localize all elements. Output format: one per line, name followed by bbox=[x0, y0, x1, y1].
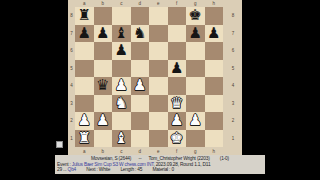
black-queen: ♛ bbox=[96, 77, 109, 94]
black-pawn: ♟ bbox=[115, 42, 128, 59]
rank-label-7: 7 bbox=[68, 25, 75, 43]
rank-labels-right: 87654321 bbox=[224, 7, 242, 147]
square-f3: ♛ bbox=[168, 95, 187, 113]
square-h8 bbox=[205, 7, 224, 25]
square-d7: ♞ bbox=[131, 25, 150, 43]
move-number: 29 ... bbox=[57, 167, 66, 172]
length-value: 45 bbox=[137, 167, 142, 172]
square-d3 bbox=[131, 95, 150, 113]
black-knight: ♞ bbox=[133, 25, 146, 42]
square-d5 bbox=[131, 60, 150, 78]
square-f4 bbox=[168, 77, 187, 95]
square-e6 bbox=[149, 42, 168, 60]
rank-label-2: 2 bbox=[224, 112, 242, 130]
rank-labels-left: 87654321 bbox=[68, 7, 75, 147]
square-e1 bbox=[149, 130, 168, 148]
white-rook: ♜ bbox=[78, 130, 91, 147]
black-pawn: ♟ bbox=[78, 25, 91, 42]
file-label-g: g bbox=[186, 148, 205, 155]
square-b6 bbox=[94, 42, 113, 60]
file-label-c: c bbox=[112, 148, 131, 155]
file-label-d: d bbox=[131, 148, 150, 155]
square-b8 bbox=[94, 7, 113, 25]
square-h3 bbox=[205, 95, 224, 113]
file-label-e: e bbox=[149, 148, 168, 155]
square-h1 bbox=[205, 130, 224, 148]
square-h7: ♟ bbox=[205, 25, 224, 43]
square-g5 bbox=[186, 60, 205, 78]
rank-label-4: 4 bbox=[224, 77, 242, 95]
file-label-a: a bbox=[75, 148, 94, 155]
square-b3 bbox=[94, 95, 113, 113]
square-c5 bbox=[112, 60, 131, 78]
square-b4: ♛ bbox=[94, 77, 113, 95]
square-f1: ♚ bbox=[168, 130, 187, 148]
square-a2: ♟ bbox=[75, 112, 94, 130]
square-g8: ♚ bbox=[186, 7, 205, 25]
square-e5 bbox=[149, 60, 168, 78]
event-label: Event : bbox=[57, 162, 71, 167]
event-name: Julius Baer Sim Cup S3 W chess.com INT bbox=[72, 162, 154, 167]
square-e7 bbox=[149, 25, 168, 43]
square-f6 bbox=[168, 42, 187, 60]
white-player-elo: (2644) bbox=[119, 156, 132, 161]
square-e2 bbox=[149, 112, 168, 130]
square-b7: ♟ bbox=[94, 25, 113, 43]
black-player-elo: (2203) bbox=[197, 156, 210, 161]
square-d1 bbox=[131, 130, 150, 148]
page-background: { "game": "chess", "position": "r5k1/ppb… bbox=[0, 0, 320, 180]
square-e8 bbox=[149, 7, 168, 25]
file-label-g: g bbox=[186, 0, 205, 7]
square-a5 bbox=[75, 60, 94, 78]
file-labels-top: abcdefgh bbox=[75, 0, 223, 7]
file-label-h: h bbox=[205, 148, 224, 155]
white-king: ♚ bbox=[170, 130, 183, 147]
material-label: Material : bbox=[153, 167, 171, 172]
white-player-name: Movsesian, S bbox=[91, 156, 117, 161]
file-label-f: f bbox=[168, 0, 187, 7]
file-label-d: d bbox=[131, 0, 150, 7]
square-a3 bbox=[75, 95, 94, 113]
rank-label-8: 8 bbox=[68, 7, 75, 25]
white-pawn: ♟ bbox=[115, 77, 128, 94]
file-label-e: e bbox=[149, 0, 168, 7]
square-f2: ♟ bbox=[168, 112, 187, 130]
square-g7: ♟ bbox=[186, 25, 205, 43]
black-king: ♚ bbox=[189, 7, 202, 24]
caption-panel: Movsesian, S (2644) -- Tom_Christopher W… bbox=[55, 155, 265, 174]
square-g1 bbox=[186, 130, 205, 148]
square-f8 bbox=[168, 7, 187, 25]
board-grid: ♜♚♟♟♝♞♟♟♟♟♛♟♟♞♛♟♟♟♟♜♝♚ bbox=[75, 7, 223, 147]
black-pawn: ♟ bbox=[96, 25, 109, 42]
white-knight: ♞ bbox=[115, 95, 128, 112]
rank-label-6: 6 bbox=[224, 42, 242, 60]
square-c1: ♝ bbox=[112, 130, 131, 148]
square-f7 bbox=[168, 25, 187, 43]
square-d4: ♟ bbox=[131, 77, 150, 95]
rank-label-8: 8 bbox=[224, 7, 242, 25]
white-queen: ♛ bbox=[170, 95, 183, 112]
square-c2 bbox=[112, 112, 131, 130]
rank-label-3: 3 bbox=[68, 95, 75, 113]
square-g4 bbox=[186, 77, 205, 95]
square-c8 bbox=[112, 7, 131, 25]
caption-status-line: 29 ... Qb4 Next : White Length : 45 Mate… bbox=[57, 167, 263, 173]
white-pawn: ♟ bbox=[133, 77, 146, 94]
file-label-f: f bbox=[168, 148, 187, 155]
black-pawn: ♟ bbox=[170, 60, 183, 77]
square-d8 bbox=[131, 7, 150, 25]
square-c7: ♝ bbox=[112, 25, 131, 43]
square-c4: ♟ bbox=[112, 77, 131, 95]
square-d6 bbox=[131, 42, 150, 60]
square-c3: ♞ bbox=[112, 95, 131, 113]
rank-label-1: 1 bbox=[224, 130, 242, 148]
square-h2 bbox=[205, 112, 224, 130]
square-h6 bbox=[205, 42, 224, 60]
square-g2: ♟ bbox=[186, 112, 205, 130]
material-value: 0 bbox=[171, 167, 173, 172]
square-e3 bbox=[149, 95, 168, 113]
white-pawn: ♟ bbox=[189, 112, 202, 129]
last-move: Qb4 bbox=[68, 167, 76, 172]
square-h5 bbox=[205, 60, 224, 78]
file-label-b: b bbox=[94, 0, 113, 7]
square-a8: ♜ bbox=[75, 7, 94, 25]
square-b5 bbox=[94, 60, 113, 78]
square-h4 bbox=[205, 77, 224, 95]
square-b1 bbox=[94, 130, 113, 148]
file-label-h: h bbox=[205, 0, 224, 7]
chess-board: abcdefgh 87654321 87654321 ♜♚♟♟♝♞♟♟♟♟♛♟♟… bbox=[68, 0, 242, 155]
square-c6: ♟ bbox=[112, 42, 131, 60]
game-result: (1-0) bbox=[220, 156, 229, 161]
video-artifact-block bbox=[56, 141, 63, 148]
rank-label-5: 5 bbox=[224, 60, 242, 78]
next-value: White bbox=[99, 167, 110, 172]
square-a7: ♟ bbox=[75, 25, 94, 43]
square-a1: ♜ bbox=[75, 130, 94, 148]
white-bishop: ♝ bbox=[115, 130, 128, 147]
square-a6 bbox=[75, 42, 94, 60]
rank-label-1: 1 bbox=[68, 130, 75, 148]
black-pawn: ♟ bbox=[207, 25, 220, 42]
black-player-name: Tom_Christopher Wright bbox=[149, 156, 196, 161]
square-e4 bbox=[149, 77, 168, 95]
rank-label-2: 2 bbox=[68, 112, 75, 130]
square-b2: ♟ bbox=[94, 112, 113, 130]
file-label-b: b bbox=[94, 148, 113, 155]
file-label-c: c bbox=[112, 0, 131, 7]
file-labels-bottom: abcdefgh bbox=[75, 148, 223, 155]
white-pawn: ♟ bbox=[170, 112, 183, 129]
rank-label-4: 4 bbox=[68, 77, 75, 95]
versus-separator: -- bbox=[139, 156, 142, 161]
square-d2 bbox=[131, 112, 150, 130]
rank-label-7: 7 bbox=[224, 25, 242, 43]
black-bishop: ♝ bbox=[115, 25, 128, 42]
length-label: Length : bbox=[120, 167, 136, 172]
black-pawn: ♟ bbox=[189, 25, 202, 42]
rank-label-5: 5 bbox=[68, 60, 75, 78]
rank-label-3: 3 bbox=[224, 95, 242, 113]
square-f5: ♟ bbox=[168, 60, 187, 78]
black-rook: ♜ bbox=[78, 7, 91, 24]
square-g3 bbox=[186, 95, 205, 113]
rank-label-6: 6 bbox=[68, 42, 75, 60]
square-a4 bbox=[75, 77, 94, 95]
next-label: Next : bbox=[86, 167, 97, 172]
square-g6 bbox=[186, 42, 205, 60]
event-details: , 2023.09.28, Round 1.1, D11 bbox=[153, 162, 210, 167]
white-pawn: ♟ bbox=[78, 112, 91, 129]
white-pawn: ♟ bbox=[96, 112, 109, 129]
file-label-a: a bbox=[75, 0, 94, 7]
